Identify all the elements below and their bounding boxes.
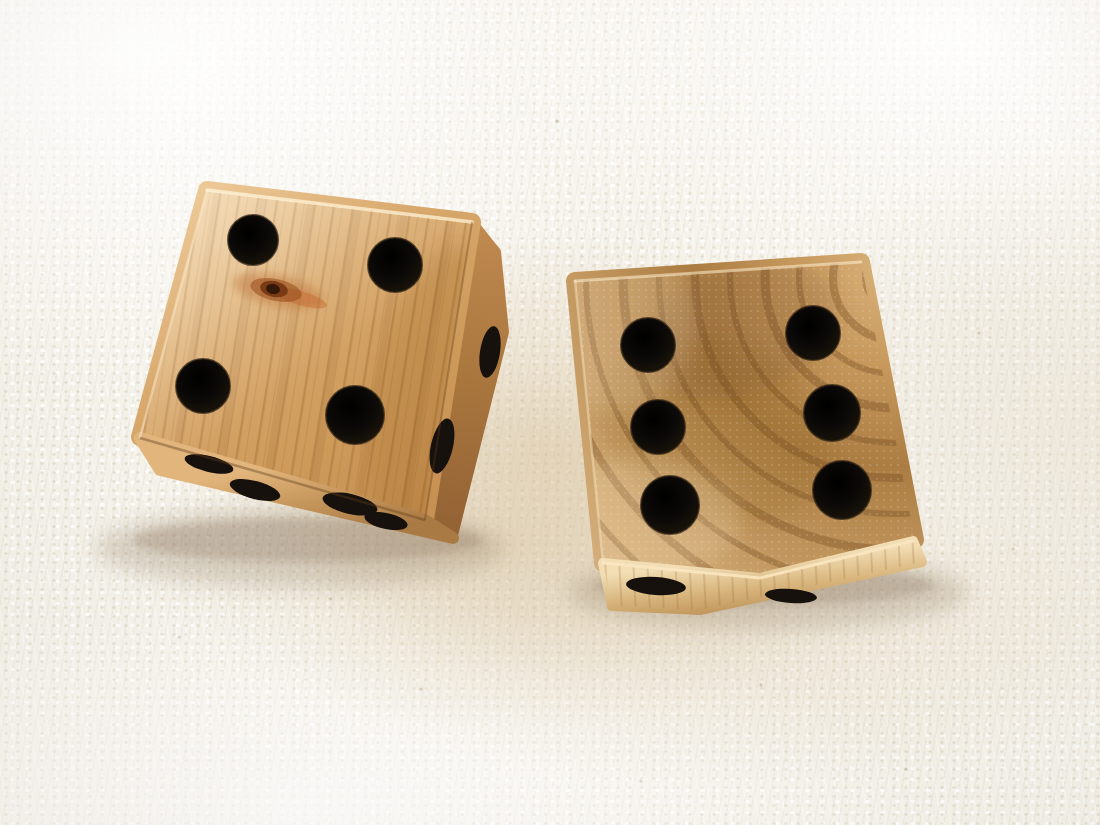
right-die-top-pip xyxy=(631,400,685,454)
photo-scene xyxy=(0,0,1100,825)
dice-illustration xyxy=(0,0,1100,825)
left-die-top-pip xyxy=(176,359,230,413)
right-die-top-pip xyxy=(813,461,871,519)
left-die-top-pip xyxy=(228,215,278,265)
right-die-speckle xyxy=(575,262,915,578)
right-die-top-pip xyxy=(786,306,840,360)
left-die-top-pip xyxy=(326,386,384,444)
right-die-top-pip xyxy=(804,385,860,441)
left-die xyxy=(140,190,512,567)
left-die-top-pip xyxy=(368,238,422,292)
right-die-top-pip xyxy=(621,318,675,372)
right-die-top-pip xyxy=(641,476,699,534)
